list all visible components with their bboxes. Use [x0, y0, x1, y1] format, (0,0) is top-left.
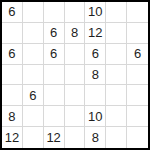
clue-cell-r3c1: 6 — [2, 44, 23, 65]
clue-cell-r7c1: 12 — [2, 127, 23, 148]
clue-cell-r1c1: 6 — [2, 2, 23, 23]
empty-cell-r6c3[interactable] — [44, 106, 65, 127]
clue-cell-r3c7: 6 — [127, 44, 148, 65]
empty-cell-r4c6[interactable] — [106, 65, 127, 86]
empty-cell-r2c2[interactable] — [23, 23, 44, 44]
empty-cell-r3c2[interactable] — [23, 44, 44, 65]
clue-cell-r6c5: 10 — [85, 106, 106, 127]
empty-cell-r6c7[interactable] — [127, 106, 148, 127]
empty-cell-r1c2[interactable] — [23, 2, 44, 23]
empty-cell-r5c5[interactable] — [85, 85, 106, 106]
clue-cell-r3c3: 6 — [44, 44, 65, 65]
empty-cell-r1c3[interactable] — [44, 2, 65, 23]
empty-cell-r5c1[interactable] — [2, 85, 23, 106]
empty-cell-r2c6[interactable] — [106, 23, 127, 44]
empty-cell-r7c6[interactable] — [106, 127, 127, 148]
clue-cell-r7c5: 8 — [85, 127, 106, 148]
puzzle-board: 610681266668681012128 — [0, 0, 150, 150]
empty-cell-r5c4[interactable] — [65, 85, 86, 106]
empty-cell-r2c7[interactable] — [127, 23, 148, 44]
clue-cell-r2c4: 8 — [65, 23, 86, 44]
empty-cell-r3c6[interactable] — [106, 44, 127, 65]
empty-cell-r6c4[interactable] — [65, 106, 86, 127]
empty-cell-r4c3[interactable] — [44, 65, 65, 86]
clue-cell-r4c5: 8 — [85, 65, 106, 86]
empty-cell-r4c2[interactable] — [23, 65, 44, 86]
empty-cell-r7c7[interactable] — [127, 127, 148, 148]
empty-cell-r2c1[interactable] — [2, 23, 23, 44]
clue-cell-r7c3: 12 — [44, 127, 65, 148]
empty-cell-r4c7[interactable] — [127, 65, 148, 86]
empty-cell-r1c7[interactable] — [127, 2, 148, 23]
empty-cell-r5c6[interactable] — [106, 85, 127, 106]
empty-cell-r4c4[interactable] — [65, 65, 86, 86]
clue-cell-r5c2: 6 — [23, 85, 44, 106]
empty-cell-r1c6[interactable] — [106, 2, 127, 23]
clue-cell-r1c5: 10 — [85, 2, 106, 23]
empty-cell-r5c3[interactable] — [44, 85, 65, 106]
clue-cell-r3c5: 6 — [85, 44, 106, 65]
empty-cell-r6c2[interactable] — [23, 106, 44, 127]
empty-cell-r3c4[interactable] — [65, 44, 86, 65]
clue-cell-r2c3: 6 — [44, 23, 65, 44]
empty-cell-r4c1[interactable] — [2, 65, 23, 86]
empty-cell-r1c4[interactable] — [65, 2, 86, 23]
clue-cell-r2c5: 12 — [85, 23, 106, 44]
empty-cell-r7c4[interactable] — [65, 127, 86, 148]
empty-cell-r5c7[interactable] — [127, 85, 148, 106]
clue-cell-r6c1: 8 — [2, 106, 23, 127]
empty-cell-r7c2[interactable] — [23, 127, 44, 148]
empty-cell-r6c6[interactable] — [106, 106, 127, 127]
